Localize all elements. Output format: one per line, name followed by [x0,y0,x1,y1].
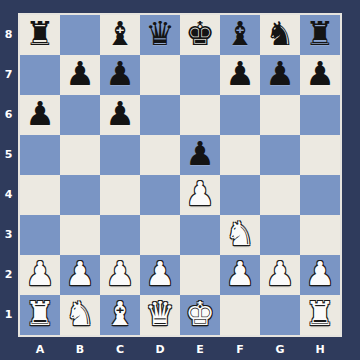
square-g2[interactable]: ♟ [260,255,300,295]
square-a3[interactable] [20,215,60,255]
square-f3[interactable]: ♞ [220,215,260,255]
square-c6[interactable]: ♟ [100,95,140,135]
rank-label-1: 1 [0,295,17,335]
square-b3[interactable] [60,215,100,255]
piece-white-pawn[interactable]: ♟ [65,255,95,294]
file-label-b: B [60,340,100,360]
piece-white-pawn[interactable]: ♟ [145,255,175,294]
square-d1[interactable]: ♛ [140,295,180,335]
rank-label-7: 7 [0,55,17,95]
piece-white-king[interactable]: ♚ [185,295,215,334]
square-e5[interactable]: ♟ [180,135,220,175]
piece-white-pawn[interactable]: ♟ [185,175,215,214]
square-g4[interactable] [260,175,300,215]
piece-black-pawn[interactable]: ♟ [265,55,295,94]
file-label-f: F [220,340,260,360]
square-g6[interactable] [260,95,300,135]
square-h7[interactable]: ♟ [300,55,340,95]
square-f7[interactable]: ♟ [220,55,260,95]
file-label-a: A [20,340,60,360]
square-c5[interactable] [100,135,140,175]
square-c1[interactable]: ♝ [100,295,140,335]
piece-black-rook[interactable]: ♜ [305,15,335,54]
square-d7[interactable] [140,55,180,95]
square-d4[interactable] [140,175,180,215]
square-d2[interactable]: ♟ [140,255,180,295]
square-f8[interactable]: ♝ [220,15,260,55]
square-a4[interactable] [20,175,60,215]
square-c4[interactable] [100,175,140,215]
square-e2[interactable] [180,255,220,295]
square-h1[interactable]: ♜ [300,295,340,335]
square-h2[interactable]: ♟ [300,255,340,295]
file-label-h: H [300,340,340,360]
piece-black-rook[interactable]: ♜ [25,15,55,54]
piece-black-pawn[interactable]: ♟ [185,135,215,174]
square-a7[interactable] [20,55,60,95]
square-b4[interactable] [60,175,100,215]
piece-white-knight[interactable]: ♞ [225,215,255,254]
piece-black-pawn[interactable]: ♟ [65,55,95,94]
square-f4[interactable] [220,175,260,215]
square-a2[interactable]: ♟ [20,255,60,295]
square-d8[interactable]: ♛ [140,15,180,55]
square-g8[interactable]: ♞ [260,15,300,55]
file-label-g: G [260,340,300,360]
square-g1[interactable] [260,295,300,335]
square-a1[interactable]: ♜ [20,295,60,335]
rank-label-4: 4 [0,175,17,215]
square-f1[interactable] [220,295,260,335]
board-frame: ♜♝♛♚♝♞♜♟♟♟♟♟♟♟♟♟♞♟♟♟♟♟♟♟♜♞♝♛♚♜ [18,13,342,337]
square-f6[interactable] [220,95,260,135]
square-c7[interactable]: ♟ [100,55,140,95]
piece-black-king[interactable]: ♚ [185,15,215,54]
piece-black-pawn[interactable]: ♟ [105,55,135,94]
square-b6[interactable] [60,95,100,135]
square-h8[interactable]: ♜ [300,15,340,55]
piece-black-knight[interactable]: ♞ [265,15,295,54]
square-d6[interactable] [140,95,180,135]
square-b7[interactable]: ♟ [60,55,100,95]
file-label-e: E [180,340,220,360]
piece-black-pawn[interactable]: ♟ [225,55,255,94]
square-e4[interactable]: ♟ [180,175,220,215]
square-h4[interactable] [300,175,340,215]
piece-black-pawn[interactable]: ♟ [105,95,135,134]
piece-white-rook[interactable]: ♜ [25,295,55,334]
piece-white-bishop[interactable]: ♝ [105,295,135,334]
chess-diagram: 87654321 ABCDEFGH ♜♝♛♚♝♞♜♟♟♟♟♟♟♟♟♟♞♟♟♟♟♟… [0,0,360,360]
square-d5[interactable] [140,135,180,175]
square-b1[interactable]: ♞ [60,295,100,335]
square-a6[interactable]: ♟ [20,95,60,135]
square-h6[interactable] [300,95,340,135]
square-a5[interactable] [20,135,60,175]
piece-white-pawn[interactable]: ♟ [25,255,55,294]
chess-board-grid: ♜♝♛♚♝♞♜♟♟♟♟♟♟♟♟♟♞♟♟♟♟♟♟♟♜♞♝♛♚♜ [20,15,340,335]
rank-label-5: 5 [0,135,17,175]
piece-white-rook[interactable]: ♜ [305,295,335,334]
piece-white-queen[interactable]: ♛ [145,295,175,334]
square-b2[interactable]: ♟ [60,255,100,295]
rank-label-3: 3 [0,215,17,255]
piece-black-queen[interactable]: ♛ [145,15,175,54]
piece-white-pawn[interactable]: ♟ [105,255,135,294]
square-d3[interactable] [140,215,180,255]
file-label-c: C [100,340,140,360]
square-e8[interactable]: ♚ [180,15,220,55]
square-g7[interactable]: ♟ [260,55,300,95]
piece-white-pawn[interactable]: ♟ [305,255,335,294]
square-c3[interactable] [100,215,140,255]
piece-white-pawn[interactable]: ♟ [225,255,255,294]
piece-black-pawn[interactable]: ♟ [305,55,335,94]
square-h3[interactable] [300,215,340,255]
square-g3[interactable] [260,215,300,255]
square-e7[interactable] [180,55,220,95]
square-h5[interactable] [300,135,340,175]
square-f5[interactable] [220,135,260,175]
piece-white-pawn[interactable]: ♟ [265,255,295,294]
square-g5[interactable] [260,135,300,175]
rank-label-2: 2 [0,255,17,295]
rank-label-8: 8 [0,15,17,55]
piece-black-bishop[interactable]: ♝ [225,15,255,54]
square-b8[interactable] [60,15,100,55]
square-e6[interactable] [180,95,220,135]
square-f2[interactable]: ♟ [220,255,260,295]
square-b5[interactable] [60,135,100,175]
rank-label-6: 6 [0,95,17,135]
piece-white-knight[interactable]: ♞ [65,295,95,334]
piece-black-bishop[interactable]: ♝ [105,15,135,54]
square-e3[interactable] [180,215,220,255]
piece-black-pawn[interactable]: ♟ [25,95,55,134]
file-label-d: D [140,340,180,360]
square-e1[interactable]: ♚ [180,295,220,335]
square-c2[interactable]: ♟ [100,255,140,295]
square-a8[interactable]: ♜ [20,15,60,55]
square-c8[interactable]: ♝ [100,15,140,55]
